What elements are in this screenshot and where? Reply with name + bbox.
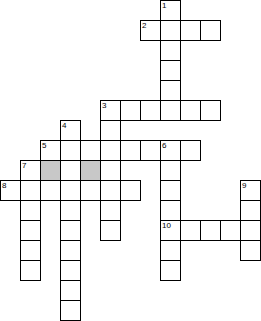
grid-cell[interactable] [60,220,81,241]
grid-cell[interactable] [100,180,121,201]
grid-cell[interactable] [60,280,81,301]
shaded-cell[interactable] [80,160,101,181]
grid-cell[interactable] [160,20,181,41]
grid-cell[interactable] [120,140,141,161]
clue-number: 9 [242,181,246,190]
crossword-board: 12345678910 [0,0,261,321]
grid-cell[interactable] [60,180,81,201]
grid-cell[interactable] [100,140,121,161]
clue-number: 1 [162,1,166,10]
grid-cell[interactable] [180,100,201,121]
grid-cell[interactable] [240,200,261,221]
grid-cell[interactable] [160,180,181,201]
clue-number: 5 [42,141,46,150]
clue-number: 10 [162,221,171,230]
grid-cell[interactable] [60,160,81,181]
clue-number: 7 [22,161,26,170]
grid-cell[interactable]: 9 [240,180,261,201]
grid-cell[interactable] [160,260,181,281]
grid-cell[interactable] [200,220,221,241]
clue-number: 4 [62,121,66,130]
grid-cell[interactable] [40,180,61,201]
grid-cell[interactable]: 4 [60,120,81,141]
grid-cell[interactable] [200,20,221,41]
grid-cell[interactable] [60,300,81,321]
grid-cell[interactable] [240,220,261,241]
grid-cell[interactable]: 1 [160,0,181,21]
clue-number: 8 [2,181,6,190]
grid-cell[interactable] [60,240,81,261]
grid-cell[interactable] [180,140,201,161]
grid-cell[interactable] [120,180,141,201]
grid-cell[interactable] [200,100,221,121]
grid-cell[interactable] [100,200,121,221]
grid-cell[interactable] [20,240,41,261]
grid-cell[interactable] [220,220,241,241]
clue-number: 2 [142,21,146,30]
grid-cell[interactable] [20,220,41,241]
grid-cell[interactable] [160,60,181,81]
grid-cell[interactable] [180,20,201,41]
clue-number: 6 [162,141,166,150]
grid-cell[interactable] [140,100,161,121]
grid-cell[interactable] [160,100,181,121]
grid-cell[interactable]: 5 [40,140,61,161]
grid-cell[interactable] [80,180,101,201]
grid-cell[interactable] [180,220,201,241]
grid-cell[interactable]: 3 [100,100,121,121]
grid-cell[interactable] [160,240,181,261]
grid-cell[interactable] [60,140,81,161]
clue-number: 3 [102,101,106,110]
grid-cell[interactable] [100,160,121,181]
grid-cell[interactable] [160,80,181,101]
grid-cell[interactable] [160,40,181,61]
grid-cell[interactable] [160,200,181,221]
grid-cell[interactable] [20,200,41,221]
grid-cell[interactable] [60,260,81,281]
grid-cell[interactable]: 7 [20,160,41,181]
grid-cell[interactable] [140,140,161,161]
grid-cell[interactable] [160,160,181,181]
grid-cell[interactable] [120,100,141,121]
grid-cell[interactable] [20,180,41,201]
grid-cell[interactable] [240,240,261,261]
grid-cell[interactable] [20,260,41,281]
grid-cell[interactable]: 10 [160,220,181,241]
grid-cell[interactable]: 2 [140,20,161,41]
grid-cell[interactable] [80,140,101,161]
shaded-cell[interactable] [40,160,61,181]
grid-cell[interactable]: 8 [0,180,21,201]
grid-cell[interactable]: 6 [160,140,181,161]
grid-cell[interactable] [100,120,121,141]
grid-cell[interactable] [60,200,81,221]
grid-cell[interactable] [100,220,121,241]
